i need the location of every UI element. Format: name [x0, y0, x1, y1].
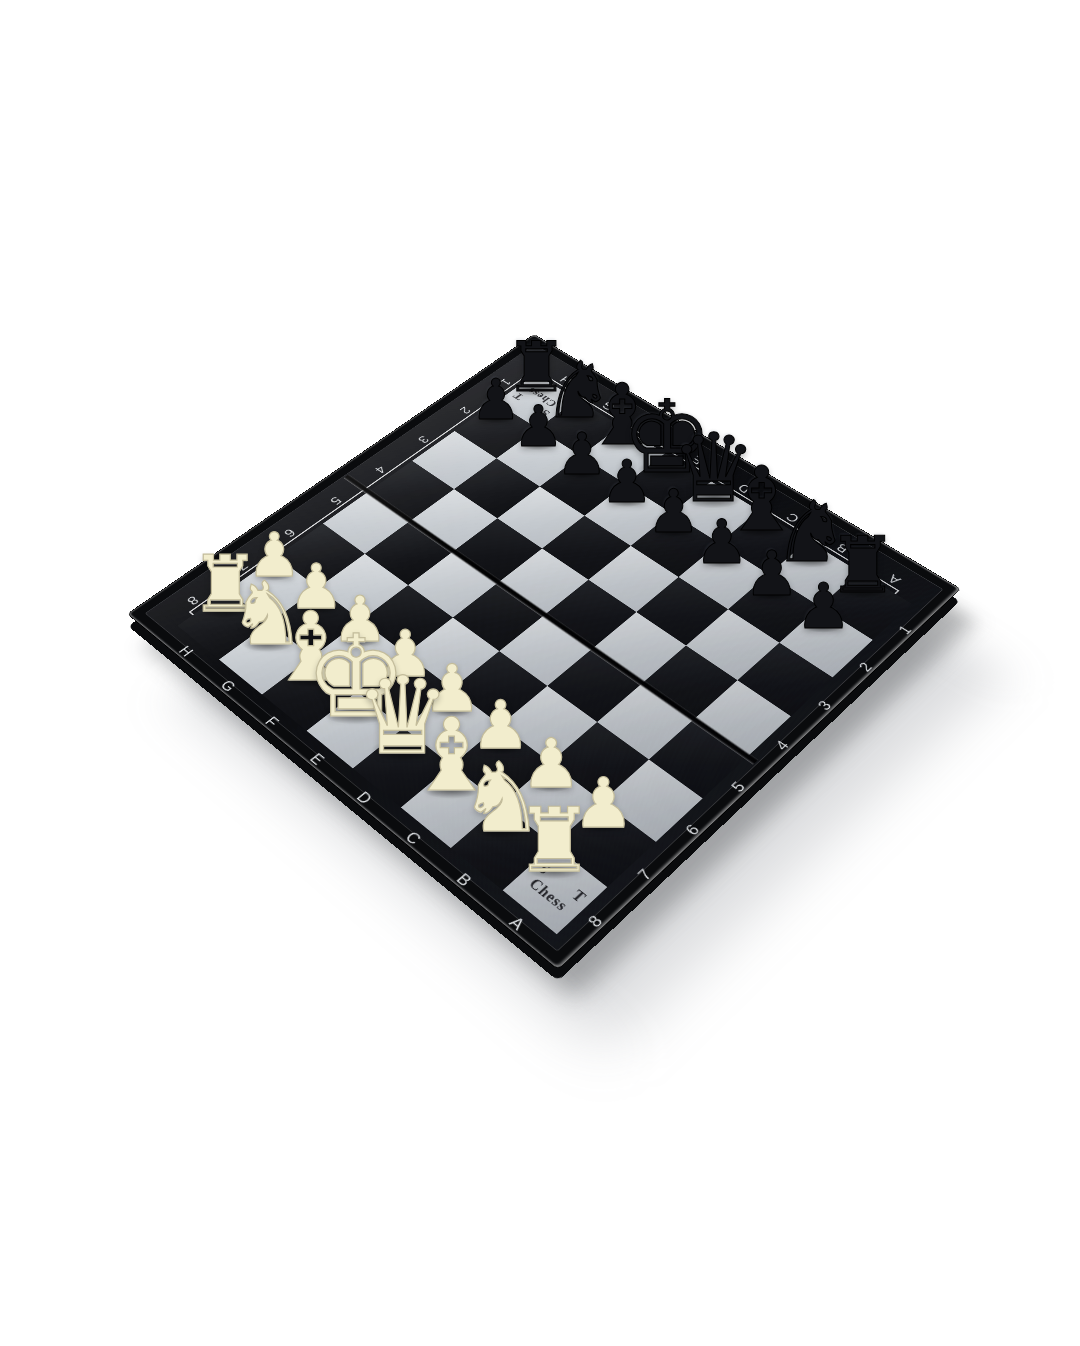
black-pawn-b2[interactable]: ♟: [744, 543, 800, 605]
pieces-layer: ♜♞♝♛♚♝♞♜♟♟♟♟♟♟♟♟♟♟♟♟♟♟♟♟♜♞♝♛♚♝♞♜: [0, 0, 1080, 1346]
black-pawn-d2[interactable]: ♟: [647, 482, 701, 542]
black-pawn-e2[interactable]: ♟: [601, 453, 654, 512]
black-pawn-c2[interactable]: ♟: [695, 512, 750, 573]
scene: STChessSTChess HH11GG22FF33EE44DD55CC66B…: [0, 0, 1080, 1346]
black-pawn-a2[interactable]: ♟: [795, 575, 852, 638]
white-rook-a8[interactable]: ♜: [514, 797, 594, 886]
